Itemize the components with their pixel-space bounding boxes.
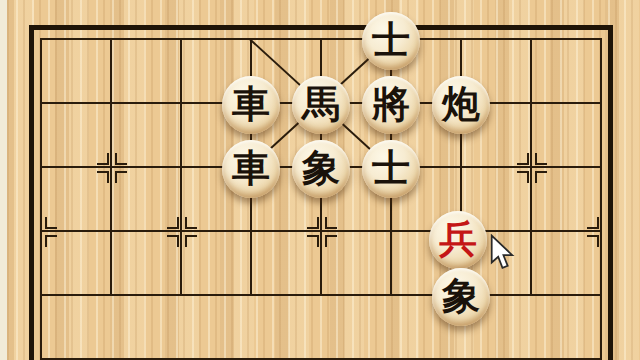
point-marker-bracket (115, 171, 127, 183)
point-marker-bracket (587, 235, 599, 247)
piece-glyph: 將 (372, 75, 410, 133)
point-marker-bracket (97, 171, 109, 183)
point-marker-bracket (167, 217, 179, 229)
point-marker-bracket (325, 217, 337, 229)
piece-glyph: 炮 (442, 75, 480, 133)
page-edge-strip (0, 0, 7, 360)
piece-black-cannon[interactable]: 炮 (432, 76, 490, 134)
piece-black-advisor-2[interactable]: 士 (362, 140, 420, 198)
board-border-right (608, 25, 613, 360)
board-border-left (29, 25, 34, 360)
piece-glyph: 士 (372, 139, 410, 197)
piece-glyph: 兵 (439, 210, 477, 268)
piece-black-chariot[interactable]: 車 (222, 76, 280, 134)
piece-glyph: 士 (372, 11, 410, 69)
point-marker-bracket (535, 153, 547, 165)
point-marker-bracket (587, 217, 599, 229)
point-marker-bracket (517, 171, 529, 183)
point-marker-bracket (307, 217, 319, 229)
piece-black-elephant-2[interactable]: 象 (432, 268, 490, 326)
grid-line (110, 38, 112, 296)
grid-line (530, 38, 532, 296)
piece-glyph: 車 (232, 75, 270, 133)
piece-black-advisor[interactable]: 士 (362, 12, 420, 70)
grid-line (600, 38, 602, 360)
piece-black-elephant[interactable]: 象 (292, 140, 350, 198)
point-marker-bracket (535, 171, 547, 183)
point-marker-bracket (167, 235, 179, 247)
point-marker-bracket (45, 235, 57, 247)
xiangqi-board[interactable]: 士車馬將炮車象士兵象 (0, 0, 640, 360)
board-border-top (29, 25, 613, 30)
point-marker-bracket (325, 235, 337, 247)
point-marker-bracket (115, 153, 127, 165)
grid-line (180, 38, 182, 296)
point-marker-bracket (45, 217, 57, 229)
point-marker-bracket (185, 217, 197, 229)
point-marker-bracket (185, 235, 197, 247)
mouse-cursor-icon (489, 234, 515, 272)
piece-glyph: 馬 (302, 75, 340, 133)
piece-red-soldier[interactable]: 兵 (429, 211, 487, 269)
point-marker-bracket (97, 153, 109, 165)
piece-glyph: 象 (442, 267, 480, 325)
point-marker-bracket (517, 153, 529, 165)
point-marker-bracket (307, 235, 319, 247)
piece-black-general[interactable]: 將 (362, 76, 420, 134)
grid-line (40, 38, 42, 360)
piece-black-chariot-2[interactable]: 車 (222, 140, 280, 198)
piece-glyph: 象 (302, 139, 340, 197)
piece-black-horse[interactable]: 馬 (292, 76, 350, 134)
piece-glyph: 車 (232, 139, 270, 197)
